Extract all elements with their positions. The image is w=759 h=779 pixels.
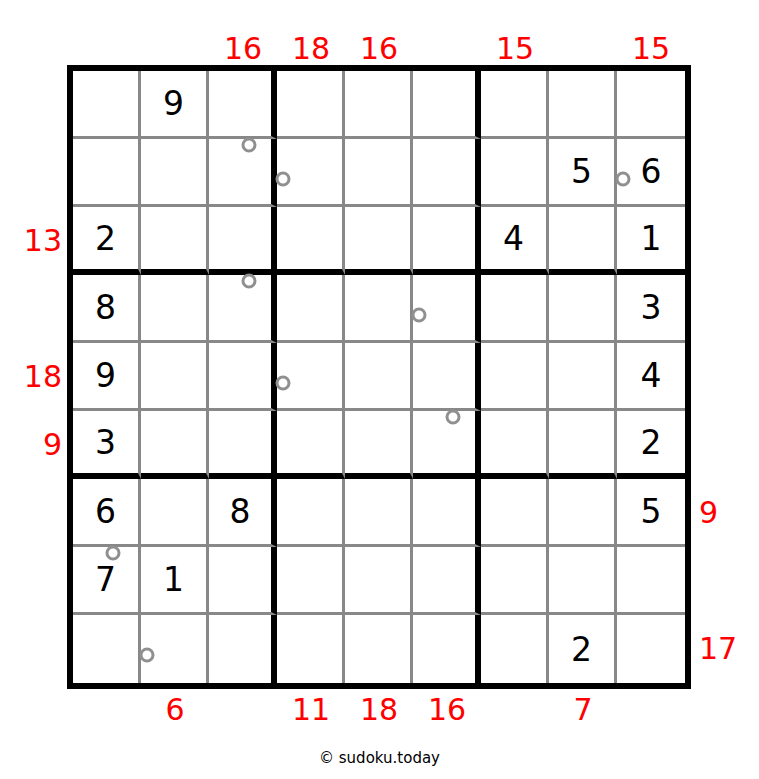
clue-top-col3: 16 [224,34,262,64]
cell-r5c2[interactable] [141,343,209,411]
cell-r4c7[interactable] [481,275,549,343]
cell-r1c3[interactable] [209,71,277,139]
cell-r3c5[interactable] [345,207,413,275]
clue-right-row7: 9 [699,498,718,528]
cell-r3c6[interactable] [413,207,481,275]
cell-r2c5[interactable] [345,139,413,207]
cell-r1c6[interactable] [413,71,481,139]
cell-r4c8[interactable] [549,275,617,343]
cell-r5c9[interactable]: 4 [617,343,685,411]
cell-r7c5[interactable] [345,479,413,547]
cell-r8c8[interactable] [549,547,617,615]
cell-r3c3[interactable] [209,207,277,275]
consecutive-dot-R5C6-R6C6 [446,410,461,425]
consecutive-dot-R3C3-R4C3 [242,274,257,289]
clue-bottom-col4: 11 [292,695,330,725]
cell-r3c4[interactable] [277,207,345,275]
consecutive-dot-R2C3-R2C4 [276,172,291,187]
cell-r5c6[interactable] [413,343,481,411]
cell-r9c1[interactable] [73,615,141,683]
clue-bottom-col5: 18 [360,695,398,725]
cell-r7c8[interactable] [549,479,617,547]
cell-r8c6[interactable] [413,547,481,615]
cell-r1c7[interactable] [481,71,549,139]
cell-r7c1[interactable]: 6 [73,479,141,547]
cell-r3c1[interactable]: 2 [73,207,141,275]
clue-left-row6: 9 [43,430,62,460]
consecutive-dot-R9C1-R9C2 [140,648,155,663]
cell-r2c1[interactable] [73,139,141,207]
cell-r8c5[interactable] [345,547,413,615]
cell-r4c9[interactable]: 3 [617,275,685,343]
cell-r1c5[interactable] [345,71,413,139]
consecutive-dot-R1C3-R2C3 [242,138,257,153]
cell-r2c7[interactable] [481,139,549,207]
consecutive-dot-R4C5-R4C6 [412,308,427,323]
cell-r9c5[interactable] [345,615,413,683]
cell-r9c9[interactable] [617,615,685,683]
cell-r6c3[interactable] [209,411,277,479]
consecutive-dot-R5C3-R5C4 [276,376,291,391]
cell-r1c9[interactable] [617,71,685,139]
cell-r7c3[interactable]: 8 [209,479,277,547]
cell-r7c6[interactable] [413,479,481,547]
cell-r6c4[interactable] [277,411,345,479]
cell-r5c3[interactable] [209,343,277,411]
cell-r6c9[interactable]: 2 [617,411,685,479]
clue-left-row3: 13 [24,226,62,256]
cell-r2c2[interactable] [141,139,209,207]
cell-r9c4[interactable] [277,615,345,683]
cell-r8c3[interactable] [209,547,277,615]
cell-r4c4[interactable] [277,275,345,343]
clue-top-col4: 18 [292,34,330,64]
cell-r2c6[interactable] [413,139,481,207]
cell-r8c2[interactable]: 1 [141,547,209,615]
cell-r2c8[interactable]: 5 [549,139,617,207]
cell-r1c4[interactable] [277,71,345,139]
cell-r9c3[interactable] [209,615,277,683]
consecutive-dot-R7C1-R8C1 [106,546,121,561]
cell-r3c2[interactable] [141,207,209,275]
clue-top-col5: 16 [360,34,398,64]
cell-r6c8[interactable] [549,411,617,479]
cell-r7c7[interactable] [481,479,549,547]
cell-r8c7[interactable] [481,547,549,615]
cell-r9c7[interactable] [481,615,549,683]
clue-bottom-col8: 7 [573,695,592,725]
cell-r4c1[interactable]: 8 [73,275,141,343]
clue-top-col9: 15 [632,34,670,64]
cell-r6c7[interactable] [481,411,549,479]
cell-r6c5[interactable] [345,411,413,479]
cell-r3c7[interactable]: 4 [481,207,549,275]
cell-r4c2[interactable] [141,275,209,343]
cell-r7c2[interactable] [141,479,209,547]
cell-r7c9[interactable]: 5 [617,479,685,547]
cell-r1c2[interactable]: 9 [141,71,209,139]
cell-r6c1[interactable]: 3 [73,411,141,479]
cell-r9c6[interactable] [413,615,481,683]
cell-r9c8[interactable]: 2 [549,615,617,683]
cell-r8c4[interactable] [277,547,345,615]
cell-r3c8[interactable] [549,207,617,275]
clue-left-row5: 18 [24,362,62,392]
copyright: © sudoku.today [0,749,759,767]
cell-r6c2[interactable] [141,411,209,479]
cell-r4c5[interactable] [345,275,413,343]
cell-r7c4[interactable] [277,479,345,547]
clue-bottom-col6: 16 [428,695,466,725]
consecutive-dot-R2C8-R2C9 [616,172,631,187]
cell-r5c1[interactable]: 9 [73,343,141,411]
cell-r5c8[interactable] [549,343,617,411]
cell-r1c8[interactable] [549,71,617,139]
clue-top-col7: 15 [496,34,534,64]
cell-r5c5[interactable] [345,343,413,411]
clue-right-row9: 17 [699,634,737,664]
cell-r1c1[interactable] [73,71,141,139]
cell-r3c9[interactable]: 1 [617,207,685,275]
cell-r8c9[interactable] [617,547,685,615]
cell-r5c7[interactable] [481,343,549,411]
clue-bottom-col2: 6 [165,695,184,725]
sudoku-board: 956241839432685712 [67,65,691,689]
